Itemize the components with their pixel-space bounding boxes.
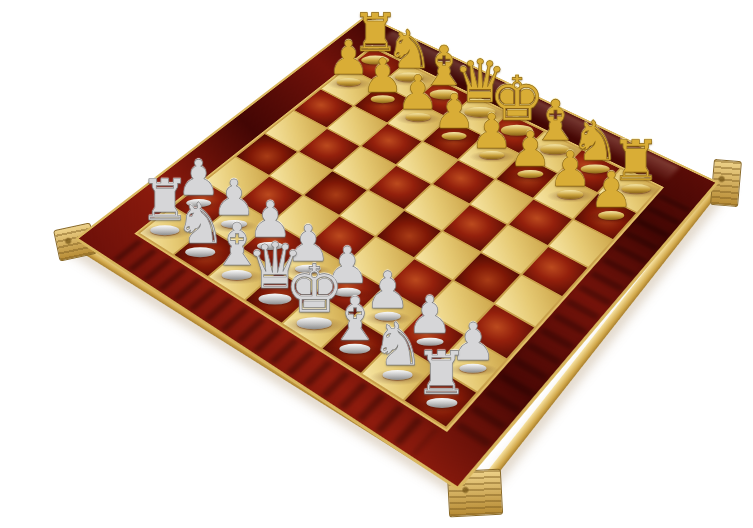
chess-set-photo: ♜♞♝♛♚♝♞♜♟♟♟♟♟♟♟♟♟♟♟♟♟♟♟♟♜♞♝♛♚♝♞♜	[0, 0, 753, 528]
board-field	[134, 45, 664, 432]
chess-board	[74, 15, 719, 491]
